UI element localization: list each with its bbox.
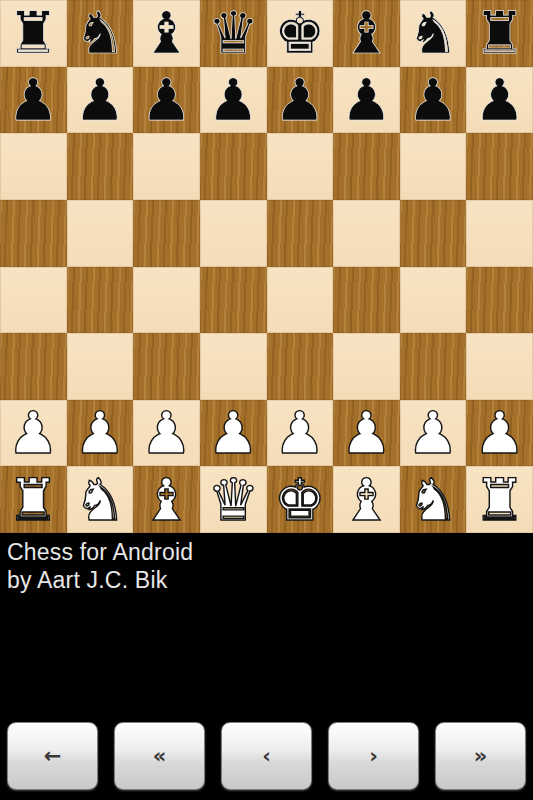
piece-white-pawn: ♟ xyxy=(74,400,126,466)
piece-white-king: ♚ xyxy=(274,467,326,533)
piece-black-pawn: ♟ xyxy=(474,67,526,133)
square-f7[interactable]: ♟ xyxy=(333,67,400,134)
fast-rewind-button[interactable]: « xyxy=(114,722,205,790)
piece-black-pawn: ♟ xyxy=(74,67,126,133)
double-chevron-right-icon: » xyxy=(474,744,488,768)
square-g1[interactable]: ♞ xyxy=(400,466,467,533)
piece-black-rook: ♜ xyxy=(7,0,59,66)
app-title: Chess for Android xyxy=(7,538,526,566)
square-d7[interactable]: ♟ xyxy=(200,67,267,134)
piece-black-pawn: ♟ xyxy=(340,67,392,133)
square-f2[interactable]: ♟ xyxy=(333,400,400,467)
piece-black-pawn: ♟ xyxy=(407,67,459,133)
square-b5[interactable] xyxy=(67,200,134,267)
square-c7[interactable]: ♟ xyxy=(133,67,200,134)
square-e1[interactable]: ♚ xyxy=(267,466,334,533)
square-c8[interactable]: ♝ xyxy=(133,0,200,67)
piece-white-pawn: ♟ xyxy=(141,400,193,466)
piece-white-pawn: ♟ xyxy=(7,400,59,466)
square-d5[interactable] xyxy=(200,200,267,267)
square-e8[interactable]: ♚ xyxy=(267,0,334,67)
piece-black-rook: ♜ xyxy=(474,0,526,66)
piece-black-pawn: ♟ xyxy=(141,67,193,133)
square-e4[interactable] xyxy=(267,267,334,334)
square-a4[interactable] xyxy=(0,267,67,334)
square-e2[interactable]: ♟ xyxy=(267,400,334,467)
square-b7[interactable]: ♟ xyxy=(67,67,134,134)
piece-white-bishop: ♝ xyxy=(340,467,392,533)
square-g2[interactable]: ♟ xyxy=(400,400,467,467)
piece-white-rook: ♜ xyxy=(7,467,59,533)
square-d4[interactable] xyxy=(200,267,267,334)
square-f6[interactable] xyxy=(333,133,400,200)
square-f3[interactable] xyxy=(333,333,400,400)
piece-white-pawn: ♟ xyxy=(474,400,526,466)
square-e3[interactable] xyxy=(267,333,334,400)
square-a3[interactable] xyxy=(0,333,67,400)
square-g3[interactable] xyxy=(400,333,467,400)
square-c6[interactable] xyxy=(133,133,200,200)
square-b6[interactable] xyxy=(67,133,134,200)
square-f8[interactable]: ♝ xyxy=(333,0,400,67)
chevron-left-icon: ‹ xyxy=(262,744,271,768)
piece-black-pawn: ♟ xyxy=(207,67,259,133)
piece-white-rook: ♜ xyxy=(474,467,526,533)
square-b4[interactable] xyxy=(67,267,134,334)
square-e5[interactable] xyxy=(267,200,334,267)
piece-black-pawn: ♟ xyxy=(274,67,326,133)
app-caption: Chess for Android by Aart J.C. Bik xyxy=(7,538,526,594)
piece-white-bishop: ♝ xyxy=(141,467,193,533)
piece-white-pawn: ♟ xyxy=(274,400,326,466)
piece-black-knight: ♞ xyxy=(74,0,126,66)
square-d2[interactable]: ♟ xyxy=(200,400,267,467)
chess-board[interactable]: ♜♞♝♛♚♝♞♜♟♟♟♟♟♟♟♟♟♟♟♟♟♟♟♟♜♞♝♛♚♝♞♜ xyxy=(0,0,533,533)
left-arrow-icon: ← xyxy=(44,744,62,768)
piece-black-bishop: ♝ xyxy=(141,0,193,66)
piece-black-queen: ♛ xyxy=(207,0,259,66)
square-d1[interactable]: ♛ xyxy=(200,466,267,533)
piece-black-bishop: ♝ xyxy=(340,0,392,66)
piece-white-pawn: ♟ xyxy=(207,400,259,466)
square-c1[interactable]: ♝ xyxy=(133,466,200,533)
square-c3[interactable] xyxy=(133,333,200,400)
fast-forward-button[interactable]: » xyxy=(435,722,526,790)
square-d3[interactable] xyxy=(200,333,267,400)
piece-white-pawn: ♟ xyxy=(340,400,392,466)
square-b2[interactable]: ♟ xyxy=(67,400,134,467)
app-author: by Aart J.C. Bik xyxy=(7,566,526,594)
square-f4[interactable] xyxy=(333,267,400,334)
piece-black-knight: ♞ xyxy=(407,0,459,66)
piece-white-queen: ♛ xyxy=(207,467,259,533)
square-g8[interactable]: ♞ xyxy=(400,0,467,67)
square-a6[interactable] xyxy=(0,133,67,200)
square-h5[interactable] xyxy=(466,200,533,267)
piece-white-knight: ♞ xyxy=(407,467,459,533)
takeback-button[interactable]: ← xyxy=(7,722,98,790)
square-h8[interactable]: ♜ xyxy=(466,0,533,67)
piece-black-pawn: ♟ xyxy=(7,67,59,133)
step-forward-button[interactable]: › xyxy=(328,722,419,790)
square-f1[interactable]: ♝ xyxy=(333,466,400,533)
square-g7[interactable]: ♟ xyxy=(400,67,467,134)
square-h2[interactable]: ♟ xyxy=(466,400,533,467)
square-c4[interactable] xyxy=(133,267,200,334)
square-f5[interactable] xyxy=(333,200,400,267)
square-b8[interactable]: ♞ xyxy=(67,0,134,67)
double-chevron-left-icon: « xyxy=(153,744,167,768)
square-h7[interactable]: ♟ xyxy=(466,67,533,134)
square-g6[interactable] xyxy=(400,133,467,200)
square-a2[interactable]: ♟ xyxy=(0,400,67,467)
square-h6[interactable] xyxy=(466,133,533,200)
step-back-button[interactable]: ‹ xyxy=(221,722,312,790)
square-d8[interactable]: ♛ xyxy=(200,0,267,67)
square-d6[interactable] xyxy=(200,133,267,200)
square-c2[interactable]: ♟ xyxy=(133,400,200,467)
square-c5[interactable] xyxy=(133,200,200,267)
navigation-bar: ← « ‹ › » xyxy=(0,722,533,790)
square-b3[interactable] xyxy=(67,333,134,400)
square-g5[interactable] xyxy=(400,200,467,267)
square-a7[interactable]: ♟ xyxy=(0,67,67,134)
square-g4[interactable] xyxy=(400,267,467,334)
square-h4[interactable] xyxy=(466,267,533,334)
piece-black-king: ♚ xyxy=(274,0,326,66)
square-e6[interactable] xyxy=(267,133,334,200)
square-a5[interactable] xyxy=(0,200,67,267)
square-e7[interactable]: ♟ xyxy=(267,67,334,134)
square-h1[interactable]: ♜ xyxy=(466,466,533,533)
chevron-right-icon: › xyxy=(369,744,378,768)
piece-white-knight: ♞ xyxy=(74,467,126,533)
square-h3[interactable] xyxy=(466,333,533,400)
square-a8[interactable]: ♜ xyxy=(0,0,67,67)
piece-white-pawn: ♟ xyxy=(407,400,459,466)
square-a1[interactable]: ♜ xyxy=(0,466,67,533)
square-b1[interactable]: ♞ xyxy=(67,466,134,533)
